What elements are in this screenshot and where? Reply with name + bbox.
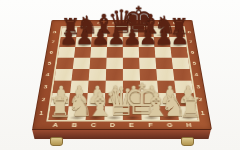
square-d7[interactable]: ♟	[107, 37, 123, 47]
brass-clasp-left	[50, 137, 63, 146]
square-a1[interactable]: ♜	[48, 106, 68, 120]
coord-label-b-bottom: B	[64, 121, 84, 129]
coord-label-4-right: 4	[191, 69, 203, 81]
white-rook-a1: ♜	[48, 94, 67, 121]
square-a5[interactable]	[56, 58, 74, 69]
white-knight-b1: ♞	[67, 91, 86, 120]
white-bishop-f1: ♝	[142, 88, 161, 120]
coord-label-d-bottom: D	[103, 121, 122, 129]
square-b5[interactable]	[73, 58, 91, 69]
square-f6[interactable]	[139, 47, 156, 58]
coord-label-a-bottom: A	[45, 121, 65, 129]
coord-label-h-bottom: H	[179, 121, 199, 129]
square-d1[interactable]: ♛	[104, 106, 123, 120]
black-pawn-h7: ♟	[170, 27, 186, 48]
coord-label-5-right: 5	[189, 58, 200, 69]
white-rook-h1: ♜	[179, 94, 198, 121]
square-h6[interactable]	[170, 47, 187, 58]
black-pawn-d7: ♟	[107, 27, 123, 48]
coord-label-1-left: 1	[35, 106, 48, 120]
square-c5[interactable]	[90, 58, 107, 69]
square-f7[interactable]: ♟	[138, 37, 154, 47]
square-b7[interactable]: ♟	[75, 37, 92, 47]
white-king-e1: ♚	[123, 79, 142, 121]
square-g5[interactable]	[155, 58, 173, 69]
board-grid: ♜♞♝♛♚♝♞♜♟♟♟♟♟♟♟♟♟♟♟♟♟♟♟♟♜♞♝♛♚♝♞♜	[46, 26, 199, 121]
square-e5[interactable]	[123, 58, 140, 69]
square-g1[interactable]: ♞	[159, 106, 179, 120]
square-d5[interactable]	[106, 58, 123, 69]
coord-label-7-left: 7	[48, 37, 59, 47]
white-knight-g1: ♞	[160, 91, 179, 120]
square-d6[interactable]	[107, 47, 123, 58]
coord-label-f-bottom: F	[141, 121, 161, 129]
square-b1[interactable]: ♞	[67, 106, 87, 120]
square-e7[interactable]: ♟	[123, 37, 139, 47]
square-f5[interactable]	[139, 58, 156, 69]
square-h7[interactable]: ♟	[169, 37, 186, 47]
coord-label-e-bottom: E	[122, 121, 141, 129]
square-e6[interactable]	[123, 47, 139, 58]
coord-label-6-right: 6	[187, 47, 198, 58]
coord-label-g-bottom: G	[160, 121, 180, 129]
square-c7[interactable]: ♟	[91, 37, 107, 47]
square-a4[interactable]	[54, 69, 72, 81]
black-pawn-e7: ♟	[123, 27, 139, 48]
square-a6[interactable]	[58, 47, 75, 58]
square-b4[interactable]	[72, 69, 90, 81]
square-g6[interactable]	[155, 47, 172, 58]
coord-label-c-bottom: C	[84, 121, 104, 129]
square-c1[interactable]: ♝	[86, 106, 105, 120]
square-e1[interactable]: ♚	[123, 106, 142, 120]
square-h5[interactable]	[172, 58, 190, 69]
white-bishop-c1: ♝	[86, 88, 105, 120]
black-pawn-a7: ♟	[59, 27, 75, 48]
coord-label-4-left: 4	[42, 69, 54, 81]
chessboard: ♜♞♝♛♚♝♞♜♟♟♟♟♟♟♟♟♟♟♟♟♟♟♟♟♜♞♝♛♚♝♞♜ ABCDEFG…	[32, 20, 212, 130]
black-pawn-b7: ♟	[75, 27, 91, 48]
square-b6[interactable]	[74, 47, 91, 58]
square-h1[interactable]: ♜	[177, 106, 197, 120]
brass-clasp-right	[181, 137, 194, 146]
coord-label-6-left: 6	[46, 47, 57, 58]
white-queen-d1: ♛	[104, 82, 123, 120]
photo-canvas: ♜♞♝♛♚♝♞♜♟♟♟♟♟♟♟♟♟♟♟♟♟♟♟♟♜♞♝♛♚♝♞♜ ABCDEFG…	[0, 0, 240, 150]
black-pawn-c7: ♟	[91, 27, 107, 48]
coord-label-5-left: 5	[44, 58, 55, 69]
square-a7[interactable]: ♟	[59, 37, 76, 47]
file-labels-bottom: ABCDEFGH	[45, 121, 199, 129]
square-c6[interactable]	[90, 47, 107, 58]
square-h4[interactable]	[173, 69, 191, 81]
black-pawn-g7: ♟	[155, 27, 171, 48]
black-pawn-f7: ♟	[139, 27, 155, 48]
square-g7[interactable]: ♟	[154, 37, 171, 47]
square-f1[interactable]: ♝	[141, 106, 160, 120]
